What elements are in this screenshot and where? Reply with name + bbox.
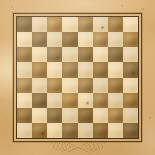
square-c2[interactable] [47,108,62,123]
square-g6[interactable] [108,47,123,62]
square-e8[interactable] [78,17,93,32]
board-border [17,17,138,138]
square-c1[interactable] [47,123,62,138]
chess-board [17,17,138,138]
square-b2[interactable] [32,108,47,123]
square-e7[interactable] [78,32,93,47]
square-f4[interactable] [93,78,108,93]
square-g2[interactable] [108,108,123,123]
bottom-frame-grain-rings [50,138,106,153]
square-a1[interactable] [17,123,32,138]
square-c3[interactable] [47,93,62,108]
square-b1[interactable] [32,123,47,138]
square-a4[interactable] [17,78,32,93]
square-b4[interactable] [32,78,47,93]
square-c4[interactable] [47,78,62,93]
square-b8[interactable] [32,17,47,32]
square-b7[interactable] [32,32,47,47]
square-a2[interactable] [17,108,32,123]
square-f2[interactable] [93,108,108,123]
square-g1[interactable] [108,123,123,138]
square-e4[interactable] [78,78,93,93]
square-f6[interactable] [93,47,108,62]
square-d1[interactable] [62,123,77,138]
square-c7[interactable] [47,32,62,47]
square-b5[interactable] [32,62,47,77]
square-f7[interactable] [93,32,108,47]
square-b6[interactable] [32,47,47,62]
square-e6[interactable] [78,47,93,62]
square-h5[interactable] [123,62,138,77]
square-a8[interactable] [17,17,32,32]
square-h3[interactable] [123,93,138,108]
square-f8[interactable] [93,17,108,32]
square-h1[interactable] [123,123,138,138]
square-d7[interactable] [62,32,77,47]
square-h8[interactable] [123,17,138,32]
square-c8[interactable] [47,17,62,32]
square-g4[interactable] [108,78,123,93]
square-h7[interactable] [123,32,138,47]
square-c5[interactable] [47,62,62,77]
square-f3[interactable] [93,93,108,108]
square-g7[interactable] [108,32,123,47]
square-e2[interactable] [78,108,93,123]
square-g8[interactable] [108,17,123,32]
square-d5[interactable] [62,62,77,77]
square-d8[interactable] [62,17,77,32]
square-c6[interactable] [47,47,62,62]
square-h4[interactable] [123,78,138,93]
square-e1[interactable] [78,123,93,138]
square-d6[interactable] [62,47,77,62]
square-a7[interactable] [17,32,32,47]
square-a3[interactable] [17,93,32,108]
square-b3[interactable] [32,93,47,108]
square-a6[interactable] [17,47,32,62]
square-d2[interactable] [62,108,77,123]
square-f5[interactable] [93,62,108,77]
square-h2[interactable] [123,108,138,123]
square-e3[interactable] [78,93,93,108]
square-g5[interactable] [108,62,123,77]
chessboard-photo [0,0,155,155]
square-e5[interactable] [78,62,93,77]
square-d4[interactable] [62,78,77,93]
square-g3[interactable] [108,93,123,108]
square-d3[interactable] [62,93,77,108]
square-h6[interactable] [123,47,138,62]
square-f1[interactable] [93,123,108,138]
square-a5[interactable] [17,62,32,77]
